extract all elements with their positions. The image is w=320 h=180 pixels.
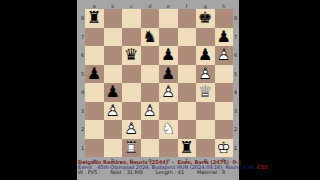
square-e1: [159, 139, 178, 158]
square-h3: [215, 102, 234, 121]
square-d2: [141, 120, 160, 139]
square-e7: [159, 28, 178, 47]
white-pawn-icon: ♙: [141, 102, 160, 121]
square-h4: [215, 83, 234, 102]
square-c2: ♟♙: [122, 120, 141, 139]
square-e6: ♟: [159, 46, 178, 65]
square-a6: [85, 46, 104, 65]
square-b8: [104, 9, 123, 28]
square-e8: [159, 9, 178, 28]
square-d5: [141, 65, 160, 84]
square-d6: [141, 46, 160, 65]
white-pawn-icon: ♙: [159, 83, 178, 102]
square-c1: ♜♖: [122, 139, 141, 158]
game-info-caption: W : PV5 Next : 31.Rf8 Length : 41 Materi…: [78, 170, 238, 175]
white-knight-icon: ♘: [159, 120, 178, 139]
white-queen-icon: ♕: [196, 83, 215, 102]
square-g6: ♟: [196, 46, 215, 65]
white-pawn-icon: ♙: [196, 65, 215, 84]
eco-code: C55: [257, 164, 268, 170]
square-h8: [215, 9, 234, 28]
board-middle: 87654321 ♜♚♞♟♛♟♟♟♙♟♟♟♙♟♟♙♛♕♟♙♟♙♟♙♞♘♜♖♜♚♔…: [80, 9, 238, 157]
square-b3: ♟♙: [104, 102, 123, 121]
rank-label: 7: [233, 28, 238, 47]
square-f4: [178, 83, 197, 102]
white-rook-fill-icon: ♜: [122, 139, 141, 158]
square-c6: ♛: [122, 46, 141, 65]
rank-label: 3: [233, 102, 238, 121]
square-d1: [141, 139, 160, 158]
square-e3: [159, 102, 178, 121]
square-c7: [122, 28, 141, 47]
board-zone: abcdefgh 87654321 ♜♚♞♟♛♟♟♟♙♟♟♟♙♟♟♙♛♕♟♙♟♙…: [80, 3, 238, 163]
white-pawn-fill-icon: ♟: [141, 102, 160, 121]
square-d4: [141, 83, 160, 102]
white-pawn-fill-icon: ♟: [215, 46, 234, 65]
square-f3: [178, 102, 197, 121]
white-pawn-fill-icon: ♟: [122, 120, 141, 139]
square-b5: [104, 65, 123, 84]
square-e2: ♞♘: [159, 120, 178, 139]
black-pawn-icon: ♟: [85, 65, 104, 84]
square-h6: ♟♙: [215, 46, 234, 65]
left-letterbox: [0, 0, 77, 180]
right-letterbox: [239, 0, 320, 180]
square-d3: ♟♙: [141, 102, 160, 121]
white-pawn-icon: ♙: [122, 120, 141, 139]
square-f5: [178, 65, 197, 84]
square-g4: ♛♕: [196, 83, 215, 102]
black-queen-icon: ♛: [122, 46, 141, 65]
square-a3: [85, 102, 104, 121]
white-king-icon: ♔: [215, 139, 234, 158]
square-h1: ♚♔: [215, 139, 234, 158]
square-a7: [85, 28, 104, 47]
black-rook-icon: ♜: [178, 139, 197, 158]
square-a2: [85, 120, 104, 139]
white-queen-fill-icon: ♛: [196, 83, 215, 102]
square-b6: [104, 46, 123, 65]
square-f8: [178, 9, 197, 28]
white-pawn-fill-icon: ♟: [104, 102, 123, 121]
square-d7: ♞: [141, 28, 160, 47]
square-f2: [178, 120, 197, 139]
square-g8: ♚: [196, 9, 215, 28]
chess-board: ♜♚♞♟♛♟♟♟♙♟♟♟♙♟♟♙♛♕♟♙♟♙♟♙♞♘♜♖♜♚♔: [85, 9, 233, 157]
square-a8: ♜: [85, 9, 104, 28]
square-c4: [122, 83, 141, 102]
square-b2: [104, 120, 123, 139]
rank-label: 4: [233, 83, 238, 102]
white-pawn-icon: ♙: [215, 46, 234, 65]
board-panel: abcdefgh 87654321 ♜♚♞♟♛♟♟♟♙♟♟♟♙♟♟♙♛♕♟♙♟♙…: [77, 0, 239, 180]
square-g7: [196, 28, 215, 47]
square-b7: [104, 28, 123, 47]
black-pawn-icon: ♟: [196, 46, 215, 65]
black-rook-icon: ♜: [85, 9, 104, 28]
rank-labels-right: 87654321: [233, 9, 238, 157]
square-f6: [178, 46, 197, 65]
square-d8: [141, 9, 160, 28]
square-a1: [85, 139, 104, 158]
square-g1: [196, 139, 215, 158]
white-pawn-fill-icon: ♟: [196, 65, 215, 84]
rank-label: 2: [233, 120, 238, 139]
square-e4: ♟♙: [159, 83, 178, 102]
white-pawn-fill-icon: ♟: [159, 83, 178, 102]
black-pawn-icon: ♟: [215, 28, 234, 47]
white-pawn-icon: ♙: [104, 102, 123, 121]
square-c5: [122, 65, 141, 84]
black-king-icon: ♚: [196, 9, 215, 28]
rank-label: 1: [233, 139, 238, 158]
square-g3: [196, 102, 215, 121]
square-c8: [122, 9, 141, 28]
square-a5: ♟: [85, 65, 104, 84]
black-pawn-icon: ♟: [159, 65, 178, 84]
rank-label: 6: [233, 46, 238, 65]
rank-label: 5: [233, 65, 238, 84]
square-b4: ♟: [104, 83, 123, 102]
square-a4: [85, 83, 104, 102]
black-knight-icon: ♞: [141, 28, 160, 47]
rank-label: 8: [233, 9, 238, 28]
black-pawn-icon: ♟: [159, 46, 178, 65]
square-f1: ♜: [178, 139, 197, 158]
white-rook-icon: ♖: [122, 139, 141, 158]
square-g2: [196, 120, 215, 139]
square-h7: ♟: [215, 28, 234, 47]
square-h5: [215, 65, 234, 84]
black-pawn-icon: ♟: [104, 83, 123, 102]
square-f7: [178, 28, 197, 47]
white-knight-fill-icon: ♞: [159, 120, 178, 139]
square-g5: ♟♙: [196, 65, 215, 84]
white-king-fill-icon: ♚: [215, 139, 234, 158]
square-e5: ♟: [159, 65, 178, 84]
square-h2: [215, 120, 234, 139]
square-b1: [104, 139, 123, 158]
square-c3: [122, 102, 141, 121]
